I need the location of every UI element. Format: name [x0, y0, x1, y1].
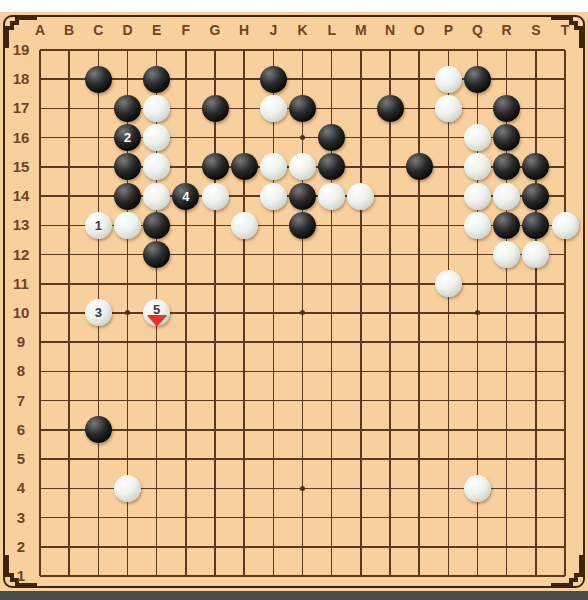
white-stone-Q15[interactable] — [464, 153, 491, 180]
black-stone-H15[interactable] — [231, 153, 258, 180]
column-label-M: M — [349, 22, 373, 38]
row-label-6: 6 — [4, 422, 38, 438]
white-stone-J15[interactable] — [260, 153, 287, 180]
black-stone-E18[interactable] — [143, 66, 170, 93]
row-label-4: 4 — [4, 480, 38, 496]
column-label-R: R — [495, 22, 519, 38]
row-label-10: 10 — [4, 305, 38, 321]
move-number-4: 4 — [172, 183, 199, 210]
black-stone-S15[interactable] — [522, 153, 549, 180]
black-stone-E13[interactable] — [143, 212, 170, 239]
black-stone-S14[interactable] — [522, 183, 549, 210]
black-stone-C18[interactable] — [85, 66, 112, 93]
row-label-19: 19 — [4, 42, 38, 58]
column-label-G: G — [203, 22, 227, 38]
row-label-13: 13 — [4, 217, 38, 233]
white-stone-P18[interactable] — [435, 66, 462, 93]
column-label-D: D — [116, 22, 140, 38]
black-stone-D17[interactable] — [114, 95, 141, 122]
go-app-screen: ABCDEFGHJKLMNOPQRST 19181716151413121110… — [0, 0, 588, 600]
white-stone-Q4[interactable] — [464, 475, 491, 502]
white-stone-J17[interactable] — [260, 95, 287, 122]
star-point-Q10 — [475, 310, 480, 315]
row-label-2: 2 — [4, 539, 38, 555]
column-label-J: J — [261, 22, 285, 38]
black-stone-R17[interactable] — [493, 95, 520, 122]
white-stone-L14[interactable] — [318, 183, 345, 210]
column-label-K: K — [291, 22, 315, 38]
white-stone-Q13[interactable] — [464, 212, 491, 239]
white-stone-Q14[interactable] — [464, 183, 491, 210]
column-label-L: L — [320, 22, 344, 38]
white-stone-J14[interactable] — [260, 183, 287, 210]
last-move-marker-icon — [147, 315, 167, 326]
white-stone-E17[interactable] — [143, 95, 170, 122]
white-stone-M14[interactable] — [347, 183, 374, 210]
column-label-O: O — [407, 22, 431, 38]
row-label-18: 18 — [4, 71, 38, 87]
black-stone-N17[interactable] — [377, 95, 404, 122]
move-number-3: 3 — [85, 299, 112, 326]
black-stone-L15[interactable] — [318, 153, 345, 180]
black-stone-R15[interactable] — [493, 153, 520, 180]
black-stone-J18[interactable] — [260, 66, 287, 93]
white-stone-E14[interactable] — [143, 183, 170, 210]
column-label-T: T — [553, 22, 577, 38]
black-stone-K13[interactable] — [289, 212, 316, 239]
black-stone-G17[interactable] — [202, 95, 229, 122]
row-label-7: 7 — [4, 393, 38, 409]
column-label-S: S — [524, 22, 548, 38]
row-label-11: 11 — [4, 276, 38, 292]
black-stone-F14[interactable]: 4 — [172, 183, 199, 210]
white-stone-G14[interactable] — [202, 183, 229, 210]
column-label-E: E — [145, 22, 169, 38]
white-stone-E16[interactable] — [143, 124, 170, 151]
black-stone-Q18[interactable] — [464, 66, 491, 93]
column-label-F: F — [174, 22, 198, 38]
white-stone-D13[interactable] — [114, 212, 141, 239]
black-stone-D15[interactable] — [114, 153, 141, 180]
corner-ornament-bottom-right — [550, 554, 584, 588]
row-label-1: 1 — [4, 568, 38, 584]
white-stone-P17[interactable] — [435, 95, 462, 122]
black-stone-R16[interactable] — [493, 124, 520, 151]
white-stone-K15[interactable] — [289, 153, 316, 180]
black-stone-K17[interactable] — [289, 95, 316, 122]
star-point-K4 — [300, 486, 305, 491]
row-label-3: 3 — [4, 510, 38, 526]
row-label-17: 17 — [4, 100, 38, 116]
row-label-15: 15 — [4, 159, 38, 175]
white-stone-S12[interactable] — [522, 241, 549, 268]
column-label-N: N — [378, 22, 402, 38]
black-stone-R13[interactable] — [493, 212, 520, 239]
move-number-1: 1 — [85, 212, 112, 239]
white-stone-E10[interactable]: 5 — [143, 299, 170, 326]
white-stone-C13[interactable]: 1 — [85, 212, 112, 239]
white-stone-R14[interactable] — [493, 183, 520, 210]
white-stone-R12[interactable] — [493, 241, 520, 268]
column-label-Q: Q — [466, 22, 490, 38]
black-stone-O15[interactable] — [406, 153, 433, 180]
move-number-2: 2 — [114, 124, 141, 151]
row-label-5: 5 — [4, 451, 38, 467]
column-label-H: H — [232, 22, 256, 38]
column-label-C: C — [86, 22, 110, 38]
white-stone-Q16[interactable] — [464, 124, 491, 151]
black-stone-E12[interactable] — [143, 241, 170, 268]
white-stone-T13[interactable] — [552, 212, 579, 239]
white-stone-P11[interactable] — [435, 270, 462, 297]
black-stone-L16[interactable] — [318, 124, 345, 151]
black-stone-G15[interactable] — [202, 153, 229, 180]
black-stone-K14[interactable] — [289, 183, 316, 210]
white-stone-C10[interactable]: 3 — [85, 299, 112, 326]
column-label-P: P — [436, 22, 460, 38]
white-stone-E15[interactable] — [143, 153, 170, 180]
star-point-D10 — [125, 310, 130, 315]
row-label-16: 16 — [4, 130, 38, 146]
go-board[interactable]: ABCDEFGHJKLMNOPQRST 19181716151413121110… — [0, 12, 588, 591]
white-stone-H13[interactable] — [231, 212, 258, 239]
star-point-K10 — [300, 310, 305, 315]
black-stone-C6[interactable] — [85, 416, 112, 443]
black-stone-S13[interactable] — [522, 212, 549, 239]
row-label-9: 9 — [4, 334, 38, 350]
black-stone-D14[interactable] — [114, 183, 141, 210]
row-label-12: 12 — [4, 247, 38, 263]
bottom-strip — [0, 591, 588, 600]
top-strip — [0, 0, 588, 12]
white-stone-D4[interactable] — [114, 475, 141, 502]
column-label-A: A — [28, 22, 52, 38]
star-point-K16 — [300, 135, 305, 140]
row-label-8: 8 — [4, 363, 38, 379]
row-label-14: 14 — [4, 188, 38, 204]
black-stone-D16[interactable]: 2 — [114, 124, 141, 151]
column-label-B: B — [57, 22, 81, 38]
